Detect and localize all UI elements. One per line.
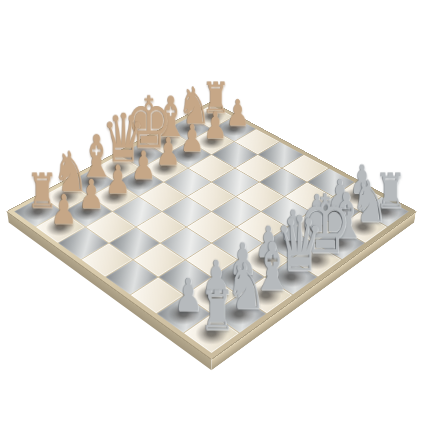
piece-glyph: ♟ xyxy=(31,189,97,230)
chess-board-3d: ♜♞♝♛♚♝♞♜♟♟♟♟♟♟♟♟♟♟♟♟♟♟♟♟♜♞♝♛♚♝♞♜ xyxy=(7,102,416,359)
photo-scene: ♜♞♝♛♚♝♞♜♟♟♟♟♟♟♟♟♟♟♟♟♟♟♟♟♜♞♝♛♚♝♞♜ xyxy=(0,0,423,423)
chess-board: ♜♞♝♛♚♝♞♜♟♟♟♟♟♟♟♟♟♟♟♟♟♟♟♟♜♞♝♛♚♝♞♜ xyxy=(7,102,416,359)
product-photo-stage: ♜♞♝♛♚♝♞♜♟♟♟♟♟♟♟♟♟♟♟♟♟♟♟♟♜♞♝♛♚♝♞♜ xyxy=(0,0,423,423)
piece-glyph: ♜ xyxy=(180,282,254,337)
